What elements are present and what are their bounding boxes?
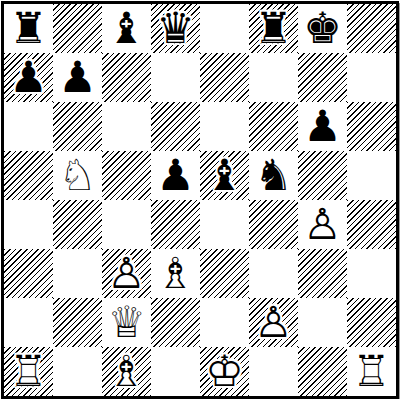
black-pawn-fill-glyph: ♟ [4, 53, 53, 102]
square-e1[interactable]: ♚♔ [200, 347, 249, 396]
square-d2[interactable] [151, 298, 200, 347]
white-pawn-outline-glyph: ♙ [249, 298, 298, 347]
square-g1[interactable] [298, 347, 347, 396]
black-pawn-fill-glyph: ♟ [298, 102, 347, 151]
square-d1[interactable] [151, 347, 200, 396]
square-g4[interactable]: ♟♙ [298, 200, 347, 249]
square-e7[interactable] [200, 53, 249, 102]
square-d6[interactable] [151, 102, 200, 151]
black-knight-fill-glyph: ♞ [249, 151, 298, 200]
piece-black-pawn[interactable]: ♟ [4, 53, 53, 102]
square-a5[interactable] [4, 151, 53, 200]
piece-black-queen[interactable]: ♛ [151, 4, 200, 53]
black-king-fill-glyph: ♚ [298, 4, 347, 53]
square-b3[interactable] [53, 249, 102, 298]
square-d5[interactable]: ♟ [151, 151, 200, 200]
piece-black-rook[interactable]: ♜ [249, 4, 298, 53]
black-queen-fill-glyph: ♛ [151, 4, 200, 53]
square-e6[interactable] [200, 102, 249, 151]
square-e5[interactable]: ♝ [200, 151, 249, 200]
black-pawn-fill-glyph: ♟ [53, 53, 102, 102]
square-g2[interactable] [298, 298, 347, 347]
white-bishop-outline-glyph: ♗ [102, 347, 151, 396]
square-f5[interactable]: ♞ [249, 151, 298, 200]
square-a3[interactable] [4, 249, 53, 298]
square-c5[interactable] [102, 151, 151, 200]
square-h6[interactable] [347, 102, 396, 151]
square-d7[interactable] [151, 53, 200, 102]
square-d4[interactable] [151, 200, 200, 249]
square-g8[interactable]: ♚ [298, 4, 347, 53]
piece-white-queen[interactable]: ♛♕ [102, 298, 151, 347]
square-b8[interactable] [53, 4, 102, 53]
piece-white-pawn[interactable]: ♟♙ [249, 298, 298, 347]
black-bishop-fill-glyph: ♝ [102, 4, 151, 53]
square-f4[interactable] [249, 200, 298, 249]
white-rook-outline-glyph: ♖ [4, 347, 53, 396]
square-a2[interactable] [4, 298, 53, 347]
white-pawn-outline-glyph: ♙ [298, 200, 347, 249]
chess-board: ♜♝♛♜♚♟♟♟♞♘♟♝♞♟♙♟♙♝♗♛♕♟♙♜♖♝♗♚♔♜♖ [4, 4, 396, 396]
chess-diagram: ♜♝♛♜♚♟♟♟♞♘♟♝♞♟♙♟♙♝♗♛♕♟♙♜♖♝♗♚♔♜♖ [1, 1, 399, 399]
black-pawn-fill-glyph: ♟ [151, 151, 200, 200]
square-d3[interactable]: ♝♗ [151, 249, 200, 298]
square-h8[interactable] [347, 4, 396, 53]
piece-white-pawn[interactable]: ♟♙ [102, 249, 151, 298]
square-f7[interactable] [249, 53, 298, 102]
white-king-outline-glyph: ♔ [200, 347, 249, 396]
square-f1[interactable] [249, 347, 298, 396]
square-c2[interactable]: ♛♕ [102, 298, 151, 347]
piece-black-pawn[interactable]: ♟ [298, 102, 347, 151]
piece-black-bishop[interactable]: ♝ [102, 4, 151, 53]
square-h1[interactable]: ♜♖ [347, 347, 396, 396]
square-a4[interactable] [4, 200, 53, 249]
piece-white-bishop[interactable]: ♝♗ [102, 347, 151, 396]
piece-white-knight[interactable]: ♞♘ [53, 151, 102, 200]
square-h3[interactable] [347, 249, 396, 298]
square-a6[interactable] [4, 102, 53, 151]
square-e2[interactable] [200, 298, 249, 347]
square-c4[interactable] [102, 200, 151, 249]
square-f2[interactable]: ♟♙ [249, 298, 298, 347]
square-g5[interactable] [298, 151, 347, 200]
board-frame: ♜♝♛♜♚♟♟♟♞♘♟♝♞♟♙♟♙♝♗♛♕♟♙♜♖♝♗♚♔♜♖ [1, 1, 399, 399]
square-g3[interactable] [298, 249, 347, 298]
white-bishop-outline-glyph: ♗ [151, 249, 200, 298]
black-bishop-fill-glyph: ♝ [200, 151, 249, 200]
piece-white-pawn[interactable]: ♟♙ [298, 200, 347, 249]
piece-black-pawn[interactable]: ♟ [151, 151, 200, 200]
square-e8[interactable] [200, 4, 249, 53]
square-c1[interactable]: ♝♗ [102, 347, 151, 396]
square-e3[interactable] [200, 249, 249, 298]
piece-black-rook[interactable]: ♜ [4, 4, 53, 53]
piece-white-rook[interactable]: ♜♖ [347, 347, 396, 396]
piece-black-bishop[interactable]: ♝ [200, 151, 249, 200]
piece-white-rook[interactable]: ♜♖ [4, 347, 53, 396]
white-knight-outline-glyph: ♘ [53, 151, 102, 200]
square-h4[interactable] [347, 200, 396, 249]
square-c8[interactable]: ♝ [102, 4, 151, 53]
square-a8[interactable]: ♜ [4, 4, 53, 53]
square-h7[interactable] [347, 53, 396, 102]
square-h5[interactable] [347, 151, 396, 200]
square-c6[interactable] [102, 102, 151, 151]
white-pawn-outline-glyph: ♙ [102, 249, 151, 298]
square-b2[interactable] [53, 298, 102, 347]
square-b5[interactable]: ♞♘ [53, 151, 102, 200]
square-f3[interactable] [249, 249, 298, 298]
white-rook-outline-glyph: ♖ [347, 347, 396, 396]
square-d8[interactable]: ♛ [151, 4, 200, 53]
square-h2[interactable] [347, 298, 396, 347]
square-a1[interactable]: ♜♖ [4, 347, 53, 396]
piece-white-bishop[interactable]: ♝♗ [151, 249, 200, 298]
piece-black-king[interactable]: ♚ [298, 4, 347, 53]
black-rook-fill-glyph: ♜ [249, 4, 298, 53]
piece-white-king[interactable]: ♚♔ [200, 347, 249, 396]
square-b1[interactable] [53, 347, 102, 396]
square-f6[interactable] [249, 102, 298, 151]
square-e4[interactable] [200, 200, 249, 249]
square-c3[interactable]: ♟♙ [102, 249, 151, 298]
square-c7[interactable] [102, 53, 151, 102]
piece-black-pawn[interactable]: ♟ [53, 53, 102, 102]
white-queen-outline-glyph: ♕ [102, 298, 151, 347]
square-b7[interactable]: ♟ [53, 53, 102, 102]
square-g7[interactable] [298, 53, 347, 102]
square-a7[interactable]: ♟ [4, 53, 53, 102]
piece-black-knight[interactable]: ♞ [249, 151, 298, 200]
square-f8[interactable]: ♜ [249, 4, 298, 53]
black-rook-fill-glyph: ♜ [4, 4, 53, 53]
square-g6[interactable]: ♟ [298, 102, 347, 151]
square-b6[interactable] [53, 102, 102, 151]
square-b4[interactable] [53, 200, 102, 249]
